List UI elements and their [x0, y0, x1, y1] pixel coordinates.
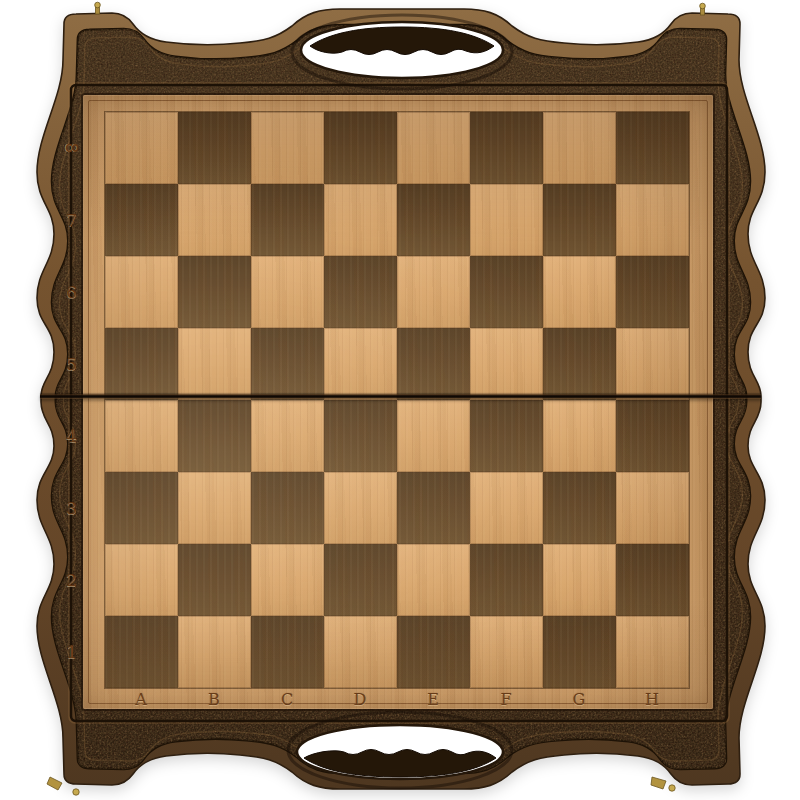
square-e3[interactable] — [397, 472, 470, 544]
brass-pin-top-right — [700, 3, 706, 15]
square-b6[interactable] — [178, 256, 251, 328]
square-a8[interactable] — [105, 112, 178, 184]
square-d2[interactable] — [324, 544, 397, 616]
square-e4[interactable] — [397, 400, 470, 472]
square-d6[interactable] — [324, 256, 397, 328]
rank-label-3: 3 — [61, 472, 82, 544]
file-label-a: A — [105, 690, 178, 709]
square-h2[interactable] — [616, 544, 689, 616]
square-d7[interactable] — [324, 184, 397, 256]
square-f4[interactable] — [470, 400, 543, 472]
square-d4[interactable] — [324, 400, 397, 472]
square-a1[interactable] — [105, 616, 178, 688]
brass-latch-bottom-right — [651, 777, 675, 791]
rank-label-1: 1 — [61, 616, 82, 688]
file-label-g: G — [543, 690, 616, 709]
rank-label-2: 2 — [61, 544, 82, 616]
square-c2[interactable] — [251, 544, 324, 616]
square-a3[interactable] — [105, 472, 178, 544]
square-a4[interactable] — [105, 400, 178, 472]
square-f3[interactable] — [470, 472, 543, 544]
square-e6[interactable] — [397, 256, 470, 328]
square-c5[interactable] — [251, 328, 324, 400]
square-e5[interactable] — [397, 328, 470, 400]
square-b2[interactable] — [178, 544, 251, 616]
square-a2[interactable] — [105, 544, 178, 616]
fold-seam — [40, 394, 761, 399]
square-b4[interactable] — [178, 400, 251, 472]
rank-label-5: 5 — [61, 328, 82, 400]
file-label-b: B — [178, 690, 251, 709]
board-panel: 87654321 ABCDEFGH — [83, 95, 713, 709]
square-e1[interactable] — [397, 616, 470, 688]
rank-label-6: 6 — [61, 256, 82, 328]
square-g2[interactable] — [543, 544, 616, 616]
square-f2[interactable] — [470, 544, 543, 616]
square-c1[interactable] — [251, 616, 324, 688]
square-d8[interactable] — [324, 112, 397, 184]
square-b8[interactable] — [178, 112, 251, 184]
chessboard-case: 87654321 ABCDEFGH — [0, 0, 800, 800]
square-e8[interactable] — [397, 112, 470, 184]
file-label-f: F — [470, 690, 543, 709]
square-d3[interactable] — [324, 472, 397, 544]
square-c7[interactable] — [251, 184, 324, 256]
file-label-h: H — [616, 690, 689, 709]
square-d5[interactable] — [324, 328, 397, 400]
chess-board — [105, 112, 689, 688]
file-label-d: D — [324, 690, 397, 709]
square-b7[interactable] — [178, 184, 251, 256]
rank-labels: 87654321 — [61, 112, 82, 688]
square-c3[interactable] — [251, 472, 324, 544]
square-a7[interactable] — [105, 184, 178, 256]
brass-pin-top-left — [95, 2, 101, 14]
top-handle — [292, 15, 512, 89]
square-c4[interactable] — [251, 400, 324, 472]
square-e2[interactable] — [397, 544, 470, 616]
square-h7[interactable] — [616, 184, 689, 256]
square-f6[interactable] — [470, 256, 543, 328]
square-b1[interactable] — [178, 616, 251, 688]
square-f8[interactable] — [470, 112, 543, 184]
file-labels: ABCDEFGH — [105, 690, 689, 709]
square-b3[interactable] — [178, 472, 251, 544]
square-f5[interactable] — [470, 328, 543, 400]
square-g6[interactable] — [543, 256, 616, 328]
square-g4[interactable] — [543, 400, 616, 472]
square-e7[interactable] — [397, 184, 470, 256]
file-label-e: E — [397, 690, 470, 709]
square-h4[interactable] — [616, 400, 689, 472]
square-g1[interactable] — [543, 616, 616, 688]
square-a5[interactable] — [105, 328, 178, 400]
square-c6[interactable] — [251, 256, 324, 328]
square-f7[interactable] — [470, 184, 543, 256]
square-h3[interactable] — [616, 472, 689, 544]
rank-label-7: 7 — [61, 184, 82, 256]
square-h1[interactable] — [616, 616, 689, 688]
square-g7[interactable] — [543, 184, 616, 256]
square-g5[interactable] — [543, 328, 616, 400]
square-a6[interactable] — [105, 256, 178, 328]
rank-label-8: 8 — [36, 138, 108, 159]
square-h5[interactable] — [616, 328, 689, 400]
square-g8[interactable] — [543, 112, 616, 184]
square-h6[interactable] — [616, 256, 689, 328]
square-g3[interactable] — [543, 472, 616, 544]
file-label-c: C — [251, 690, 324, 709]
square-f1[interactable] — [470, 616, 543, 688]
square-b5[interactable] — [178, 328, 251, 400]
square-c8[interactable] — [251, 112, 324, 184]
square-d1[interactable] — [324, 616, 397, 688]
rank-label-4: 4 — [61, 400, 82, 472]
square-h8[interactable] — [616, 112, 689, 184]
